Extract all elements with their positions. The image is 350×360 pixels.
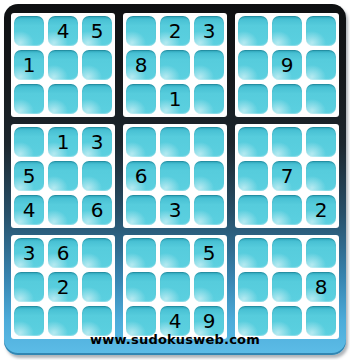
cell-r5c4[interactable]: 6 bbox=[126, 161, 156, 191]
cell-r7c5[interactable] bbox=[160, 238, 190, 268]
cell-r5c6[interactable] bbox=[194, 161, 224, 191]
cell-r2c5[interactable] bbox=[160, 50, 190, 80]
cell-r3c3[interactable] bbox=[82, 84, 112, 114]
cell-r1c3[interactable]: 5 bbox=[82, 16, 112, 46]
cell-r4c6[interactable] bbox=[194, 127, 224, 157]
cell-r8c4[interactable] bbox=[126, 272, 156, 302]
box-2: 2381 bbox=[123, 13, 227, 117]
cell-r1c6[interactable]: 3 bbox=[194, 16, 224, 46]
cell-r3c7[interactable] bbox=[238, 84, 268, 114]
cell-r8c6[interactable] bbox=[194, 272, 224, 302]
cell-r2c8[interactable]: 9 bbox=[272, 50, 302, 80]
cell-r2c3[interactable] bbox=[82, 50, 112, 80]
cell-r3c8[interactable] bbox=[272, 84, 302, 114]
cell-r3c5[interactable]: 1 bbox=[160, 84, 190, 114]
cell-r7c6[interactable]: 5 bbox=[194, 238, 224, 268]
cell-r7c2[interactable]: 6 bbox=[48, 238, 78, 268]
cell-r4c9[interactable] bbox=[306, 127, 336, 157]
cell-r6c4[interactable] bbox=[126, 195, 156, 225]
cell-r4c7[interactable] bbox=[238, 127, 268, 157]
cell-r3c6[interactable] bbox=[194, 84, 224, 114]
cell-r1c9[interactable] bbox=[306, 16, 336, 46]
cell-r7c8[interactable] bbox=[272, 238, 302, 268]
cell-r6c5[interactable]: 3 bbox=[160, 195, 190, 225]
cell-r6c7[interactable] bbox=[238, 195, 268, 225]
cell-r8c9[interactable]: 8 bbox=[306, 272, 336, 302]
cell-r5c8[interactable]: 7 bbox=[272, 161, 302, 191]
cell-r8c2[interactable]: 2 bbox=[48, 272, 78, 302]
box-3: 9 bbox=[235, 13, 339, 117]
box-8: 549 bbox=[123, 235, 227, 339]
board-frame: 451238191354663723625498 www.sudokusweb.… bbox=[4, 4, 346, 355]
cell-r4c1[interactable] bbox=[14, 127, 44, 157]
cell-r2c1[interactable]: 1 bbox=[14, 50, 44, 80]
box-7: 362 bbox=[11, 235, 115, 339]
cell-r1c8[interactable] bbox=[272, 16, 302, 46]
cell-r5c7[interactable] bbox=[238, 161, 268, 191]
cell-r2c4[interactable]: 8 bbox=[126, 50, 156, 80]
cell-r7c7[interactable] bbox=[238, 238, 268, 268]
cell-r5c3[interactable] bbox=[82, 161, 112, 191]
cell-r6c3[interactable]: 6 bbox=[82, 195, 112, 225]
cell-r4c4[interactable] bbox=[126, 127, 156, 157]
cell-r8c8[interactable] bbox=[272, 272, 302, 302]
cell-r3c4[interactable] bbox=[126, 84, 156, 114]
cell-r3c9[interactable] bbox=[306, 84, 336, 114]
cell-r4c5[interactable] bbox=[160, 127, 190, 157]
cell-r2c2[interactable] bbox=[48, 50, 78, 80]
cell-r6c6[interactable] bbox=[194, 195, 224, 225]
cell-r8c1[interactable] bbox=[14, 272, 44, 302]
cell-r2c7[interactable] bbox=[238, 50, 268, 80]
cell-r7c1[interactable]: 3 bbox=[14, 238, 44, 268]
cell-r6c2[interactable] bbox=[48, 195, 78, 225]
cell-r3c2[interactable] bbox=[48, 84, 78, 114]
cell-r1c1[interactable] bbox=[14, 16, 44, 46]
cell-r1c4[interactable] bbox=[126, 16, 156, 46]
cell-r5c2[interactable] bbox=[48, 161, 78, 191]
box-6: 72 bbox=[235, 124, 339, 228]
cell-r7c3[interactable] bbox=[82, 238, 112, 268]
cell-r1c5[interactable]: 2 bbox=[160, 16, 190, 46]
cell-r4c3[interactable]: 3 bbox=[82, 127, 112, 157]
cell-r2c6[interactable] bbox=[194, 50, 224, 80]
box-9: 8 bbox=[235, 235, 339, 339]
cell-r8c7[interactable] bbox=[238, 272, 268, 302]
cell-r1c7[interactable] bbox=[238, 16, 268, 46]
cell-r6c9[interactable]: 2 bbox=[306, 195, 336, 225]
cell-r8c5[interactable] bbox=[160, 272, 190, 302]
box-4: 13546 bbox=[11, 124, 115, 228]
cell-r5c1[interactable]: 5 bbox=[14, 161, 44, 191]
cell-r3c1[interactable] bbox=[14, 84, 44, 114]
cell-r6c8[interactable] bbox=[272, 195, 302, 225]
cell-r4c2[interactable]: 1 bbox=[48, 127, 78, 157]
sudoku-board: 451238191354663723625498 bbox=[11, 13, 339, 339]
box-1: 451 bbox=[11, 13, 115, 117]
box-5: 63 bbox=[123, 124, 227, 228]
cell-r8c3[interactable] bbox=[82, 272, 112, 302]
cell-r5c9[interactable] bbox=[306, 161, 336, 191]
site-url: www.sudokusweb.com bbox=[4, 332, 346, 347]
cell-r4c8[interactable] bbox=[272, 127, 302, 157]
cell-r1c2[interactable]: 4 bbox=[48, 16, 78, 46]
cell-r6c1[interactable]: 4 bbox=[14, 195, 44, 225]
cell-r2c9[interactable] bbox=[306, 50, 336, 80]
cell-r7c9[interactable] bbox=[306, 238, 336, 268]
cell-r5c5[interactable] bbox=[160, 161, 190, 191]
cell-r7c4[interactable] bbox=[126, 238, 156, 268]
